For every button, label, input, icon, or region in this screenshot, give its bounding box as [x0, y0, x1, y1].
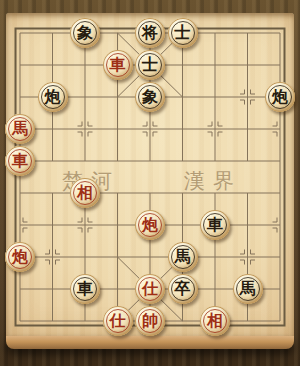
piece-glyph: 炮	[12, 249, 28, 265]
piece-glyph: 車	[110, 57, 126, 73]
game-window: 楚河 漢界 象将士車士炮象炮馬車相炮車炮馬車仕卒馬仕帥相	[0, 0, 300, 366]
piece-black-chariot[interactable]: 車	[200, 210, 230, 240]
piece-red-elephant[interactable]: 相	[70, 178, 100, 208]
piece-black-advisor[interactable]: 士	[135, 50, 165, 80]
piece-black-elephant[interactable]: 象	[135, 82, 165, 112]
piece-red-horse[interactable]: 馬	[5, 114, 35, 144]
piece-black-chariot[interactable]: 車	[70, 274, 100, 304]
piece-glyph: 帥	[142, 313, 158, 329]
piece-red-cannon[interactable]: 炮	[5, 242, 35, 272]
piece-glyph: 士	[142, 57, 158, 73]
piece-glyph: 象	[77, 25, 93, 41]
piece-red-advisor[interactable]: 仕	[135, 274, 165, 304]
piece-red-elephant[interactable]: 相	[200, 306, 230, 336]
piece-black-horse[interactable]: 馬	[233, 274, 263, 304]
piece-glyph: 仕	[142, 281, 158, 297]
piece-glyph: 象	[142, 89, 158, 105]
piece-red-cannon[interactable]: 炮	[135, 210, 165, 240]
piece-red-general[interactable]: 帥	[135, 306, 165, 336]
piece-glyph: 将	[142, 25, 158, 41]
piece-black-soldier[interactable]: 卒	[168, 274, 198, 304]
piece-glyph: 車	[207, 217, 223, 233]
piece-glyph: 仕	[110, 313, 126, 329]
piece-glyph: 相	[77, 185, 93, 201]
piece-glyph: 馬	[240, 281, 256, 297]
piece-glyph: 炮	[142, 217, 158, 233]
piece-black-cannon[interactable]: 炮	[265, 82, 295, 112]
piece-glyph: 車	[77, 281, 93, 297]
piece-red-chariot[interactable]: 車	[5, 146, 35, 176]
board-grid[interactable]: 象将士車士炮象炮馬車相炮車炮馬車仕卒馬仕帥相	[4, 17, 297, 337]
piece-glyph: 炮	[272, 89, 288, 105]
piece-black-advisor[interactable]: 士	[168, 18, 198, 48]
piece-black-general[interactable]: 将	[135, 18, 165, 48]
piece-glyph: 相	[207, 313, 223, 329]
piece-black-elephant[interactable]: 象	[70, 18, 100, 48]
piece-black-cannon[interactable]: 炮	[38, 82, 68, 112]
piece-black-horse[interactable]: 馬	[168, 242, 198, 272]
piece-glyph: 卒	[175, 281, 191, 297]
piece-red-chariot[interactable]: 車	[103, 50, 133, 80]
piece-glyph: 車	[12, 153, 28, 169]
piece-glyph: 馬	[12, 121, 28, 137]
piece-glyph: 馬	[175, 249, 191, 265]
piece-glyph: 士	[175, 25, 191, 41]
piece-glyph: 炮	[45, 89, 61, 105]
piece-red-advisor[interactable]: 仕	[103, 306, 133, 336]
board-front-edge	[6, 336, 294, 349]
